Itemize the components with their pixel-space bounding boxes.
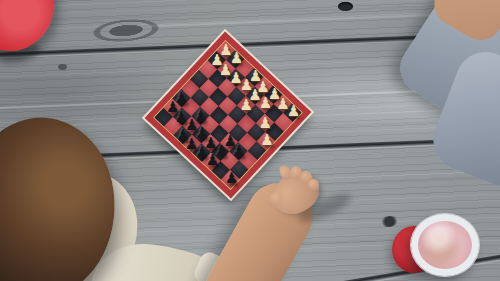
board-cell-r2-c4[interactable]: ♟ [237, 96, 255, 114]
wood-knot [380, 215, 398, 228]
wood-knot-hole [338, 2, 353, 11]
wood-knot-swirl [84, 13, 168, 47]
board-cell-r2-c6[interactable]: ♟ [256, 114, 274, 132]
finger [308, 179, 319, 190]
black-piece[interactable]: ♟ [232, 144, 245, 159]
white-piece[interactable]: ♟ [258, 115, 271, 130]
white-piece[interactable]: ♟ [239, 98, 252, 113]
black-piece[interactable]: ♟ [225, 171, 238, 186]
board-cell-r7-c7[interactable]: ♟ [221, 170, 239, 188]
board-cell-r0-c7[interactable]: ♟ [283, 104, 301, 122]
red-cup-top-left [0, 0, 54, 51]
board-cell-r5-c6[interactable]: ♟ [229, 142, 247, 160]
board-cell-r1-c5[interactable]: ♟ [255, 95, 273, 113]
white-piece[interactable]: ♟ [259, 96, 272, 111]
white-piece[interactable]: ♟ [287, 104, 300, 119]
black-piece[interactable]: ♟ [206, 153, 219, 168]
white-piece[interactable]: ♟ [260, 133, 273, 148]
wood-knot [58, 64, 67, 70]
wood-scratch [150, 13, 460, 27]
board-cell-r7-c5[interactable]: ♟ [202, 152, 220, 170]
picnic-table-scene: ♟♟♟♟♟♟♟♟♟♟♟♟♟♟♟♟♟♟♟♟♟♟♟♟♟♟♟♟♟♟♟ [0, 0, 500, 281]
drink-cup-bottom-right [411, 214, 479, 276]
board-cell-r3-c7[interactable]: ♟ [257, 132, 275, 150]
